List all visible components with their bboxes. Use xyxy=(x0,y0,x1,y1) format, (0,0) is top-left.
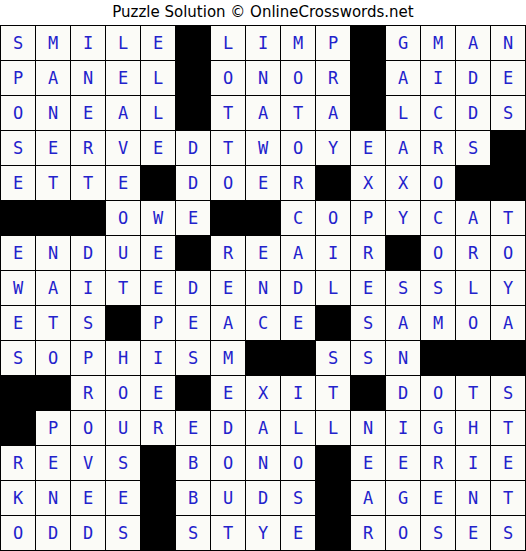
letter-cell[interactable]: D xyxy=(246,481,280,515)
letter-cell[interactable]: G xyxy=(386,481,420,515)
letter-cell[interactable]: I xyxy=(71,26,105,60)
letter-cell[interactable]: T xyxy=(456,376,490,410)
letter-cell[interactable]: S xyxy=(386,271,420,305)
letter-cell[interactable]: A xyxy=(456,26,490,60)
letter-cell[interactable]: E xyxy=(1,236,35,270)
black-cell xyxy=(176,96,210,130)
letter-cell[interactable]: M xyxy=(421,26,455,60)
letter-cell[interactable]: E xyxy=(141,131,175,165)
letter-cell[interactable]: L xyxy=(141,61,175,95)
letter-cell[interactable]: E xyxy=(211,376,245,410)
letter-cell[interactable]: R xyxy=(421,446,455,480)
black-cell xyxy=(491,131,525,165)
black-cell xyxy=(351,61,385,95)
letter-cell[interactable]: R xyxy=(1,446,35,480)
letter-cell[interactable]: E xyxy=(176,411,210,445)
letter-cell[interactable]: D xyxy=(176,271,210,305)
letter-cell[interactable]: T xyxy=(281,96,315,130)
letter-cell[interactable]: D xyxy=(176,166,210,200)
black-cell xyxy=(1,411,35,445)
letter-cell[interactable]: I xyxy=(281,376,315,410)
letter-cell[interactable]: E xyxy=(36,446,70,480)
black-cell xyxy=(246,201,280,235)
letter-cell[interactable]: A xyxy=(36,61,70,95)
letter-cell[interactable]: L xyxy=(141,96,175,130)
letter-cell[interactable]: L xyxy=(316,411,350,445)
letter-cell[interactable]: S xyxy=(456,131,490,165)
letter-cell[interactable]: A xyxy=(246,411,280,445)
letter-cell[interactable]: G xyxy=(386,26,420,60)
black-cell xyxy=(106,306,140,340)
letter-cell[interactable]: E xyxy=(211,271,245,305)
black-cell xyxy=(456,341,490,375)
letter-cell[interactable]: K xyxy=(1,481,35,515)
letter-cell[interactable]: E xyxy=(141,376,175,410)
black-cell xyxy=(141,446,175,480)
letter-cell[interactable]: O xyxy=(106,376,140,410)
letter-cell[interactable]: E xyxy=(246,236,280,270)
letter-cell[interactable]: L xyxy=(281,411,315,445)
letter-cell[interactable]: A xyxy=(281,236,315,270)
letter-cell[interactable]: O xyxy=(71,411,105,445)
black-cell xyxy=(316,306,350,340)
letter-cell[interactable]: L xyxy=(106,26,140,60)
letter-cell[interactable]: O xyxy=(281,446,315,480)
letter-cell[interactable]: N xyxy=(246,61,280,95)
letter-cell[interactable]: A xyxy=(456,201,490,235)
letter-cell[interactable]: O xyxy=(281,61,315,95)
letter-cell[interactable]: S xyxy=(491,96,525,130)
letter-cell[interactable]: T xyxy=(491,201,525,235)
letter-cell[interactable]: N xyxy=(246,446,280,480)
letter-cell[interactable]: S xyxy=(351,341,385,375)
black-cell xyxy=(246,341,280,375)
black-cell xyxy=(316,481,350,515)
letter-cell[interactable]: A xyxy=(106,96,140,130)
letter-cell[interactable]: C xyxy=(281,201,315,235)
letter-cell[interactable]: M xyxy=(421,306,455,340)
letter-cell[interactable]: W xyxy=(141,201,175,235)
letter-cell[interactable]: A xyxy=(36,271,70,305)
letter-cell[interactable]: N xyxy=(491,26,525,60)
letter-cell[interactable]: A xyxy=(386,306,420,340)
letter-cell[interactable]: O xyxy=(386,516,420,550)
letter-cell[interactable]: X xyxy=(246,376,280,410)
letter-cell[interactable]: I xyxy=(421,61,455,95)
letter-cell[interactable]: O xyxy=(421,236,455,270)
black-cell xyxy=(316,516,350,550)
letter-cell[interactable]: E xyxy=(491,446,525,480)
letter-cell[interactable]: S xyxy=(421,271,455,305)
letter-cell[interactable]: B xyxy=(176,446,210,480)
letter-cell[interactable]: R xyxy=(211,236,245,270)
letter-cell[interactable]: O xyxy=(316,201,350,235)
letter-cell[interactable]: E xyxy=(246,166,280,200)
letter-cell[interactable]: S xyxy=(71,306,105,340)
black-cell xyxy=(176,376,210,410)
letter-cell[interactable]: Y xyxy=(491,271,525,305)
letter-cell[interactable]: O xyxy=(281,131,315,165)
letter-cell[interactable]: N xyxy=(351,411,385,445)
black-cell xyxy=(176,61,210,95)
black-cell xyxy=(141,166,175,200)
letter-cell[interactable]: S xyxy=(281,481,315,515)
letter-cell[interactable]: A xyxy=(491,306,525,340)
letter-cell[interactable]: S xyxy=(1,131,35,165)
letter-cell[interactable]: T xyxy=(211,131,245,165)
letter-cell[interactable]: S xyxy=(316,341,350,375)
letter-cell[interactable]: R xyxy=(71,131,105,165)
letter-cell[interactable]: T xyxy=(316,376,350,410)
letter-cell[interactable]: E xyxy=(141,271,175,305)
letter-cell[interactable]: O xyxy=(491,236,525,270)
letter-cell[interactable]: D xyxy=(71,236,105,270)
puzzle-page: Puzzle Solution © OnlineCrosswords.net S… xyxy=(0,0,526,551)
letter-cell[interactable]: E xyxy=(106,481,140,515)
letter-cell[interactable]: O xyxy=(106,201,140,235)
black-cell xyxy=(71,201,105,235)
letter-cell[interactable]: Y xyxy=(386,201,420,235)
letter-cell[interactable]: X xyxy=(386,166,420,200)
letter-cell[interactable]: O xyxy=(456,306,490,340)
letter-cell[interactable]: S xyxy=(106,516,140,550)
letter-cell[interactable]: R xyxy=(71,376,105,410)
letter-cell[interactable]: P xyxy=(1,61,35,95)
letter-cell[interactable]: M xyxy=(281,26,315,60)
black-cell xyxy=(316,166,350,200)
letter-cell[interactable]: I xyxy=(386,411,420,445)
letter-cell[interactable]: S xyxy=(106,446,140,480)
crossword-grid: SMILELIMPGMANPANELONORAIDEONEALTATALCDSS… xyxy=(0,25,526,551)
letter-cell[interactable]: A xyxy=(351,481,385,515)
letter-cell[interactable]: D xyxy=(71,516,105,550)
letter-cell[interactable]: E xyxy=(36,131,70,165)
letter-cell[interactable]: U xyxy=(211,481,245,515)
page-title: Puzzle Solution © OnlineCrosswords.net xyxy=(0,0,526,25)
black-cell xyxy=(176,236,210,270)
letter-cell[interactable]: E xyxy=(71,481,105,515)
letter-cell[interactable]: X xyxy=(351,166,385,200)
black-cell xyxy=(141,516,175,550)
letter-cell[interactable]: R xyxy=(351,236,385,270)
black-cell xyxy=(36,201,70,235)
letter-cell[interactable]: E xyxy=(106,61,140,95)
letter-cell[interactable]: S xyxy=(176,341,210,375)
letter-cell[interactable]: N xyxy=(386,341,420,375)
letter-cell[interactable]: I xyxy=(141,341,175,375)
letter-cell[interactable]: I xyxy=(246,26,280,60)
letter-cell[interactable]: I xyxy=(316,236,350,270)
letter-cell[interactable]: E xyxy=(281,516,315,550)
letter-cell[interactable]: O xyxy=(211,446,245,480)
letter-cell[interactable]: S xyxy=(1,26,35,60)
letter-cell[interactable]: S xyxy=(1,341,35,375)
letter-cell[interactable]: P xyxy=(36,411,70,445)
letter-cell[interactable]: S xyxy=(351,306,385,340)
letter-cell[interactable]: D xyxy=(176,131,210,165)
letter-cell[interactable]: C xyxy=(246,306,280,340)
letter-cell[interactable]: P xyxy=(316,26,350,60)
letter-cell[interactable]: R xyxy=(316,61,350,95)
letter-cell[interactable]: L xyxy=(456,271,490,305)
letter-cell[interactable]: Y xyxy=(246,516,280,550)
letter-cell[interactable]: R xyxy=(456,236,490,270)
letter-cell[interactable]: D xyxy=(386,376,420,410)
letter-cell[interactable]: D xyxy=(211,411,245,445)
letter-cell[interactable]: T xyxy=(71,166,105,200)
letter-cell[interactable]: P xyxy=(141,306,175,340)
black-cell xyxy=(36,376,70,410)
letter-cell[interactable]: O xyxy=(211,166,245,200)
letter-cell[interactable]: E xyxy=(351,446,385,480)
letter-cell[interactable]: E xyxy=(456,516,490,550)
letter-cell[interactable]: O xyxy=(421,376,455,410)
letter-cell[interactable]: E xyxy=(1,306,35,340)
letter-cell[interactable]: S xyxy=(491,516,525,550)
letter-cell[interactable]: S xyxy=(491,376,525,410)
letter-cell[interactable]: O xyxy=(421,166,455,200)
letter-cell[interactable]: T xyxy=(106,271,140,305)
letter-cell[interactable]: N xyxy=(456,481,490,515)
letter-cell[interactable]: S xyxy=(176,516,210,550)
black-cell xyxy=(351,376,385,410)
letter-cell[interactable]: E xyxy=(176,306,210,340)
letter-cell[interactable]: E xyxy=(351,131,385,165)
black-cell xyxy=(351,26,385,60)
black-cell xyxy=(351,96,385,130)
letter-cell[interactable]: I xyxy=(456,446,490,480)
letter-cell[interactable]: E xyxy=(1,166,35,200)
black-cell xyxy=(456,166,490,200)
letter-cell[interactable]: M xyxy=(36,26,70,60)
letter-cell[interactable]: A xyxy=(246,96,280,130)
letter-cell[interactable]: H xyxy=(456,411,490,445)
letter-cell[interactable]: N xyxy=(36,481,70,515)
letter-cell[interactable]: U xyxy=(106,411,140,445)
letter-cell[interactable]: A xyxy=(386,61,420,95)
letter-cell[interactable]: A xyxy=(211,306,245,340)
letter-cell[interactable]: E xyxy=(176,201,210,235)
letter-cell[interactable]: U xyxy=(106,236,140,270)
black-cell xyxy=(281,341,315,375)
letter-cell[interactable]: D xyxy=(36,516,70,550)
letter-cell[interactable]: I xyxy=(71,271,105,305)
letter-cell[interactable]: A xyxy=(316,96,350,130)
letter-cell[interactable]: C xyxy=(421,201,455,235)
letter-cell[interactable]: A xyxy=(386,131,420,165)
letter-cell[interactable]: M xyxy=(211,341,245,375)
letter-cell[interactable]: O xyxy=(36,341,70,375)
letter-cell[interactable]: T xyxy=(491,411,525,445)
letter-cell[interactable]: N xyxy=(36,236,70,270)
letter-cell[interactable]: T xyxy=(36,306,70,340)
letter-cell[interactable]: P xyxy=(71,341,105,375)
letter-cell[interactable]: G xyxy=(421,411,455,445)
letter-cell[interactable]: W xyxy=(1,271,35,305)
black-cell xyxy=(211,201,245,235)
letter-cell[interactable]: L xyxy=(211,26,245,60)
letter-cell[interactable]: N xyxy=(36,96,70,130)
black-cell xyxy=(1,376,35,410)
letter-cell[interactable]: C xyxy=(421,96,455,130)
letter-cell[interactable]: T xyxy=(211,96,245,130)
letter-cell[interactable]: E xyxy=(351,271,385,305)
letter-cell[interactable]: T xyxy=(491,481,525,515)
letter-cell[interactable]: E xyxy=(71,96,105,130)
letter-cell[interactable]: D xyxy=(456,96,490,130)
black-cell xyxy=(141,481,175,515)
letter-cell[interactable]: E xyxy=(386,446,420,480)
letter-cell[interactable]: E xyxy=(421,481,455,515)
letter-cell[interactable]: R xyxy=(141,411,175,445)
letter-cell[interactable]: R xyxy=(421,131,455,165)
letter-cell[interactable]: E xyxy=(491,61,525,95)
letter-cell[interactable]: B xyxy=(176,481,210,515)
letter-cell[interactable]: V xyxy=(71,446,105,480)
letter-cell[interactable]: O xyxy=(1,516,35,550)
black-cell xyxy=(386,236,420,270)
letter-cell[interactable]: S xyxy=(421,516,455,550)
letter-cell[interactable]: W xyxy=(246,131,280,165)
letter-cell[interactable]: P xyxy=(351,201,385,235)
letter-cell[interactable]: Y xyxy=(316,131,350,165)
letter-cell[interactable]: H xyxy=(106,341,140,375)
letter-cell[interactable]: N xyxy=(71,61,105,95)
letter-cell[interactable]: R xyxy=(281,166,315,200)
letter-cell[interactable]: L xyxy=(316,271,350,305)
black-cell xyxy=(316,446,350,480)
letter-cell[interactable]: L xyxy=(386,96,420,130)
letter-cell[interactable]: D xyxy=(281,271,315,305)
letter-cell[interactable]: T xyxy=(211,516,245,550)
letter-cell[interactable]: E xyxy=(106,166,140,200)
letter-cell[interactable]: O xyxy=(1,96,35,130)
letter-cell[interactable]: E xyxy=(141,236,175,270)
black-cell xyxy=(176,26,210,60)
letter-cell[interactable]: E xyxy=(281,306,315,340)
letter-cell[interactable]: E xyxy=(141,26,175,60)
letter-cell[interactable]: O xyxy=(211,61,245,95)
black-cell xyxy=(421,341,455,375)
black-cell xyxy=(491,166,525,200)
letter-cell[interactable]: N xyxy=(246,271,280,305)
letter-cell[interactable]: D xyxy=(456,61,490,95)
black-cell xyxy=(491,341,525,375)
letter-cell[interactable]: V xyxy=(106,131,140,165)
black-cell xyxy=(1,201,35,235)
letter-cell[interactable]: T xyxy=(36,166,70,200)
letter-cell[interactable]: R xyxy=(351,516,385,550)
